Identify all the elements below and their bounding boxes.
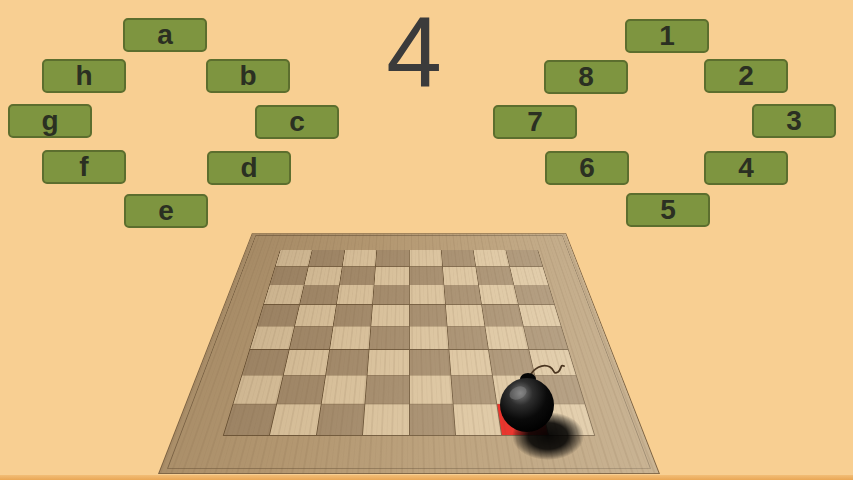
square-d6 (373, 285, 409, 304)
file-button-d[interactable]: d (207, 151, 291, 185)
square-g7 (476, 267, 513, 285)
square-h6 (514, 285, 554, 304)
square-c8 (342, 250, 376, 266)
rank-button-2[interactable]: 2 (704, 59, 788, 93)
square-g8 (474, 250, 509, 266)
square-b2 (278, 376, 325, 404)
file-button-b[interactable]: b (206, 59, 290, 93)
rank-button-6[interactable]: 6 (545, 151, 629, 185)
square-d5 (371, 305, 408, 326)
rank-button-8[interactable]: 8 (544, 60, 628, 94)
square-e4 (409, 326, 448, 349)
square-f1 (453, 404, 501, 435)
square-b5 (295, 305, 335, 326)
square-c3 (326, 350, 369, 375)
board-frame (158, 233, 660, 474)
square-e1 (409, 404, 454, 435)
bottom-edge-strip (0, 475, 853, 480)
square-g5 (482, 305, 522, 326)
square-c5 (333, 305, 372, 326)
square-e8 (409, 250, 442, 266)
square-b4 (290, 326, 333, 349)
square-b6 (300, 285, 339, 304)
square-f4 (447, 326, 488, 349)
game-screen: 4 a h b g c f d e 1 8 2 7 3 6 4 5 (0, 0, 853, 480)
square-a4 (250, 326, 294, 349)
file-button-e[interactable]: e (124, 194, 208, 228)
file-button-a[interactable]: a (123, 18, 207, 52)
square-f2 (451, 376, 496, 404)
square-g3 (489, 350, 534, 375)
square-c4 (330, 326, 371, 349)
square-e7 (409, 267, 443, 285)
square-f8 (442, 250, 476, 266)
file-button-c[interactable]: c (255, 105, 339, 139)
square-a7 (270, 267, 308, 285)
square-h3 (529, 350, 576, 375)
square-e6 (409, 285, 445, 304)
square-g4 (485, 326, 528, 349)
file-button-f[interactable]: f (42, 150, 126, 184)
square-f3 (449, 350, 492, 375)
square-d4 (370, 326, 409, 349)
square-a8 (276, 250, 313, 266)
square-a5 (257, 305, 299, 326)
square-h4 (523, 326, 567, 349)
countdown-timer: 4 (369, 0, 459, 104)
rank-button-7[interactable]: 7 (493, 105, 577, 139)
square-c2 (322, 376, 367, 404)
square-d3 (368, 350, 409, 375)
square-e2 (409, 376, 452, 404)
square-b1 (270, 404, 320, 435)
square-d7 (375, 267, 409, 285)
square-f5 (446, 305, 485, 326)
file-button-h[interactable]: h (42, 59, 126, 93)
square-g6 (479, 285, 518, 304)
square-h5 (519, 305, 561, 326)
chess-board (158, 231, 660, 474)
square-c6 (337, 285, 374, 304)
square-e5 (409, 305, 446, 326)
square-a2 (234, 376, 284, 404)
square-h2 (535, 376, 585, 404)
board-squares (223, 250, 595, 436)
square-a3 (242, 350, 289, 375)
square-b3 (284, 350, 329, 375)
square-g1 (497, 404, 547, 435)
square-h8 (506, 250, 543, 266)
rank-button-3[interactable]: 3 (752, 104, 836, 138)
square-d1 (363, 404, 408, 435)
rank-button-1[interactable]: 1 (625, 19, 709, 53)
square-a1 (224, 404, 277, 435)
square-h7 (510, 267, 548, 285)
square-f7 (443, 267, 479, 285)
square-c1 (317, 404, 365, 435)
square-h1 (541, 404, 594, 435)
square-d2 (365, 376, 408, 404)
square-b8 (309, 250, 344, 266)
square-e3 (409, 350, 450, 375)
file-button-g[interactable]: g (8, 104, 92, 138)
rank-button-5[interactable]: 5 (626, 193, 710, 227)
square-g2 (493, 376, 540, 404)
square-a6 (264, 285, 304, 304)
square-b7 (305, 267, 342, 285)
square-c7 (340, 267, 376, 285)
square-f6 (444, 285, 481, 304)
rank-button-4[interactable]: 4 (704, 151, 788, 185)
square-d8 (376, 250, 409, 266)
